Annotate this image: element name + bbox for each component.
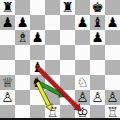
square-b5[interactable] (15, 45, 30, 60)
square-h2[interactable]: ♙ (105, 90, 120, 105)
square-c1[interactable] (30, 105, 45, 120)
square-g7[interactable]: ♝ (90, 15, 105, 30)
square-h6[interactable] (105, 30, 120, 45)
white-knight: ♘ (75, 75, 90, 90)
square-d8[interactable] (45, 0, 60, 15)
black-pawn: ♟ (30, 30, 45, 45)
square-b2[interactable] (15, 90, 30, 105)
square-c4[interactable]: ♝ (30, 60, 45, 75)
square-e1[interactable] (60, 105, 75, 120)
square-g2[interactable]: ♙ (90, 90, 105, 105)
white-pawn: ♙ (90, 90, 105, 105)
square-d3[interactable] (45, 75, 60, 90)
black-rook: ♜ (0, 0, 15, 15)
square-c2[interactable] (30, 90, 45, 105)
square-e2[interactable] (60, 90, 75, 105)
square-h8[interactable] (105, 0, 120, 15)
square-b3[interactable] (15, 75, 30, 90)
square-d7[interactable] (45, 15, 60, 30)
black-pawn: ♟ (90, 30, 105, 45)
square-e7[interactable] (60, 15, 75, 30)
square-e4[interactable] (60, 60, 75, 75)
white-rook: ♖ (45, 105, 60, 120)
square-g5[interactable] (90, 45, 105, 60)
square-f1[interactable]: ♔ (75, 105, 90, 120)
black-pawn: ♟ (105, 15, 120, 30)
square-f8[interactable] (75, 0, 90, 15)
black-bishop: ♝ (90, 15, 105, 30)
square-d5[interactable] (45, 45, 60, 60)
square-h5[interactable] (105, 45, 120, 60)
white-pawn: ♙ (75, 90, 90, 105)
white-bishop: ♗ (15, 30, 30, 45)
square-c3[interactable]: ♞ (30, 75, 45, 90)
square-f4[interactable] (75, 60, 90, 75)
black-rook: ♜ (60, 0, 75, 15)
square-a4[interactable] (0, 60, 15, 75)
black-bishop: ♝ (30, 60, 45, 75)
chess-board: ♜♜♚♟♟♟♝♟♗♟♟♝♕♞♘♙♙♙♙♖♔♖ (0, 0, 120, 120)
square-c8[interactable] (30, 0, 45, 15)
square-g8[interactable]: ♚ (90, 0, 105, 15)
square-f5[interactable] (75, 45, 90, 60)
square-e5[interactable] (60, 45, 75, 60)
square-d2[interactable] (45, 90, 60, 105)
square-h1[interactable]: ♖ (105, 105, 120, 120)
square-f2[interactable]: ♙ (75, 90, 90, 105)
square-h4[interactable] (105, 60, 120, 75)
square-a7[interactable]: ♟ (0, 15, 15, 30)
white-pawn: ♙ (105, 90, 120, 105)
white-king: ♔ (75, 105, 90, 120)
square-a2[interactable]: ♙ (0, 90, 15, 105)
square-a3[interactable]: ♕ (0, 75, 15, 90)
square-h7[interactable]: ♟ (105, 15, 120, 30)
square-f7[interactable]: ♟ (75, 15, 90, 30)
black-pawn: ♟ (0, 15, 15, 30)
square-g6[interactable]: ♟ (90, 30, 105, 45)
square-c7[interactable] (30, 15, 45, 30)
white-pawn: ♙ (0, 90, 15, 105)
square-f3[interactable]: ♘ (75, 75, 90, 90)
black-king: ♚ (90, 0, 105, 15)
square-e3[interactable] (60, 75, 75, 90)
square-a8[interactable]: ♜ (0, 0, 15, 15)
square-c5[interactable] (30, 45, 45, 60)
square-b6[interactable]: ♗ (15, 30, 30, 45)
square-d4[interactable] (45, 60, 60, 75)
square-a5[interactable] (0, 45, 15, 60)
square-a1[interactable] (0, 105, 15, 120)
square-f6[interactable] (75, 30, 90, 45)
square-b1[interactable] (15, 105, 30, 120)
square-g4[interactable] (90, 60, 105, 75)
square-g1[interactable] (90, 105, 105, 120)
white-queen: ♕ (0, 75, 15, 90)
square-b8[interactable] (15, 0, 30, 15)
square-g3[interactable] (90, 75, 105, 90)
square-a6[interactable] (0, 30, 15, 45)
square-c6[interactable]: ♟ (30, 30, 45, 45)
black-pawn: ♟ (15, 15, 30, 30)
square-e6[interactable] (60, 30, 75, 45)
square-e8[interactable]: ♜ (60, 0, 75, 15)
chess-diagram: ♜♜♚♟♟♟♝♟♗♟♟♝♕♞♘♙♙♙♙♖♔♖ (0, 0, 120, 120)
black-pawn: ♟ (75, 15, 90, 30)
white-rook: ♖ (105, 105, 120, 120)
square-h3[interactable] (105, 75, 120, 90)
square-d1[interactable]: ♖ (45, 105, 60, 120)
square-b4[interactable] (15, 60, 30, 75)
square-b7[interactable]: ♟ (15, 15, 30, 30)
square-d6[interactable] (45, 30, 60, 45)
black-knight: ♞ (30, 75, 45, 90)
